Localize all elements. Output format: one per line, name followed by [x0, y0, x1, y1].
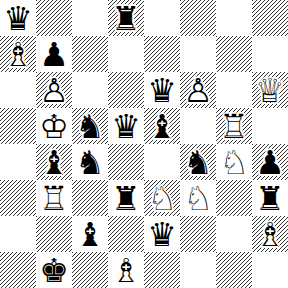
- piece-halo: ♟: [252, 144, 288, 180]
- square-h2[interactable]: ♝♗: [252, 216, 288, 252]
- square-a3[interactable]: [0, 180, 36, 216]
- square-b6[interactable]: ♟♙: [36, 72, 72, 108]
- piece-black-knight: ♞: [180, 144, 216, 180]
- square-g7[interactable]: [216, 36, 252, 72]
- piece-black-bishop: ♝: [144, 108, 180, 144]
- square-f4[interactable]: ♞♞: [180, 144, 216, 180]
- square-d6[interactable]: [108, 72, 144, 108]
- square-b1[interactable]: ♚♚: [36, 252, 72, 288]
- piece-halo: ♞: [72, 108, 108, 144]
- piece-white-king: ♔: [36, 108, 72, 144]
- square-a1[interactable]: [0, 252, 36, 288]
- square-c1[interactable]: [72, 252, 108, 288]
- piece-halo: ♝: [36, 144, 72, 180]
- piece-halo: ♝: [72, 216, 108, 252]
- piece-black-rook: ♜: [252, 180, 288, 216]
- piece-white-knight: ♘: [216, 144, 252, 180]
- square-e7[interactable]: [144, 36, 180, 72]
- square-a6[interactable]: [0, 72, 36, 108]
- piece-halo: ♛: [252, 72, 288, 108]
- piece-white-queen: ♕: [252, 72, 288, 108]
- square-h1[interactable]: [252, 252, 288, 288]
- square-c5[interactable]: ♞♞: [72, 108, 108, 144]
- piece-black-bishop: ♝: [36, 144, 72, 180]
- piece-halo: ♜: [252, 180, 288, 216]
- square-h3[interactable]: ♜♜: [252, 180, 288, 216]
- piece-black-queen: ♛: [108, 108, 144, 144]
- square-d2[interactable]: [108, 216, 144, 252]
- square-a4[interactable]: [0, 144, 36, 180]
- square-h7[interactable]: [252, 36, 288, 72]
- square-c2[interactable]: ♝♝: [72, 216, 108, 252]
- square-b8[interactable]: [36, 0, 72, 36]
- piece-halo: ♜: [36, 180, 72, 216]
- square-h8[interactable]: [252, 0, 288, 36]
- chess-board: ♛♛♜♜♝♗♟♟♟♙♛♛♟♙♛♕♚♔♞♞♛♛♝♝♜♖♝♝♞♞♞♞♞♘♟♟♜♖♜♜…: [0, 0, 288, 288]
- square-b2[interactable]: [36, 216, 72, 252]
- square-g6[interactable]: [216, 72, 252, 108]
- piece-black-queen: ♛: [144, 216, 180, 252]
- piece-black-king: ♚: [36, 252, 72, 288]
- square-g2[interactable]: [216, 216, 252, 252]
- square-e6[interactable]: ♛♛: [144, 72, 180, 108]
- piece-white-bishop: ♗: [0, 36, 36, 72]
- piece-white-rook: ♖: [216, 108, 252, 144]
- piece-halo: ♛: [108, 108, 144, 144]
- piece-black-queen: ♛: [144, 72, 180, 108]
- square-d5[interactable]: ♛♛: [108, 108, 144, 144]
- piece-halo: ♛: [0, 0, 36, 36]
- piece-halo: ♜: [108, 0, 144, 36]
- piece-halo: ♝: [108, 252, 144, 288]
- piece-halo: ♟: [36, 36, 72, 72]
- piece-halo: ♚: [36, 108, 72, 144]
- piece-halo: ♜: [216, 108, 252, 144]
- square-h4[interactable]: ♟♟: [252, 144, 288, 180]
- piece-white-pawn: ♙: [36, 72, 72, 108]
- square-f7[interactable]: [180, 36, 216, 72]
- square-c4[interactable]: ♞♞: [72, 144, 108, 180]
- square-a5[interactable]: [0, 108, 36, 144]
- piece-white-pawn: ♙: [180, 72, 216, 108]
- piece-halo: ♝: [0, 36, 36, 72]
- square-c7[interactable]: [72, 36, 108, 72]
- square-e5[interactable]: ♝♝: [144, 108, 180, 144]
- piece-white-knight: ♘: [180, 180, 216, 216]
- square-h5[interactable]: [252, 108, 288, 144]
- square-a7[interactable]: ♝♗: [0, 36, 36, 72]
- square-f3[interactable]: ♞♘: [180, 180, 216, 216]
- piece-white-knight: ♘: [144, 180, 180, 216]
- square-c6[interactable]: [72, 72, 108, 108]
- square-b4[interactable]: ♝♝: [36, 144, 72, 180]
- piece-halo: ♞: [144, 180, 180, 216]
- square-g5[interactable]: ♜♖: [216, 108, 252, 144]
- square-e4[interactable]: [144, 144, 180, 180]
- piece-halo: ♟: [36, 72, 72, 108]
- piece-black-queen: ♛: [0, 0, 36, 36]
- piece-halo: ♝: [144, 108, 180, 144]
- piece-black-knight: ♞: [72, 144, 108, 180]
- square-g4[interactable]: ♞♘: [216, 144, 252, 180]
- square-d8[interactable]: ♜♜: [108, 0, 144, 36]
- square-e3[interactable]: ♞♘: [144, 180, 180, 216]
- piece-black-bishop: ♝: [72, 216, 108, 252]
- piece-halo: ♟: [180, 72, 216, 108]
- piece-halo: ♛: [144, 216, 180, 252]
- square-a2[interactable]: [0, 216, 36, 252]
- square-e8[interactable]: [144, 0, 180, 36]
- square-d3[interactable]: ♜♜: [108, 180, 144, 216]
- piece-black-knight: ♞: [72, 108, 108, 144]
- piece-white-bishop: ♗: [108, 252, 144, 288]
- piece-halo: ♞: [180, 180, 216, 216]
- piece-halo: ♛: [144, 72, 180, 108]
- square-c3[interactable]: [72, 180, 108, 216]
- square-f6[interactable]: ♟♙: [180, 72, 216, 108]
- square-e1[interactable]: [144, 252, 180, 288]
- piece-white-bishop: ♗: [252, 216, 288, 252]
- piece-black-pawn: ♟: [252, 144, 288, 180]
- square-h6[interactable]: ♛♕: [252, 72, 288, 108]
- square-g3[interactable]: [216, 180, 252, 216]
- square-a8[interactable]: ♛♛: [0, 0, 36, 36]
- square-b3[interactable]: ♜♖: [36, 180, 72, 216]
- square-f2[interactable]: [180, 216, 216, 252]
- square-g1[interactable]: [216, 252, 252, 288]
- piece-black-rook: ♜: [108, 180, 144, 216]
- square-b7[interactable]: ♟♟: [36, 36, 72, 72]
- square-c8[interactable]: [72, 0, 108, 36]
- piece-halo: ♞: [216, 144, 252, 180]
- square-f8[interactable]: [180, 0, 216, 36]
- piece-black-pawn: ♟: [36, 36, 72, 72]
- square-b5[interactable]: ♚♔: [36, 108, 72, 144]
- square-d4[interactable]: [108, 144, 144, 180]
- piece-black-rook: ♜: [108, 0, 144, 36]
- square-e2[interactable]: ♛♛: [144, 216, 180, 252]
- square-g8[interactable]: [216, 0, 252, 36]
- piece-halo: ♚: [36, 252, 72, 288]
- piece-white-rook: ♖: [36, 180, 72, 216]
- piece-halo: ♝: [252, 216, 288, 252]
- square-f5[interactable]: [180, 108, 216, 144]
- square-d7[interactable]: [108, 36, 144, 72]
- piece-halo: ♜: [108, 180, 144, 216]
- square-d1[interactable]: ♝♗: [108, 252, 144, 288]
- square-f1[interactable]: [180, 252, 216, 288]
- piece-halo: ♞: [180, 144, 216, 180]
- piece-halo: ♞: [72, 144, 108, 180]
